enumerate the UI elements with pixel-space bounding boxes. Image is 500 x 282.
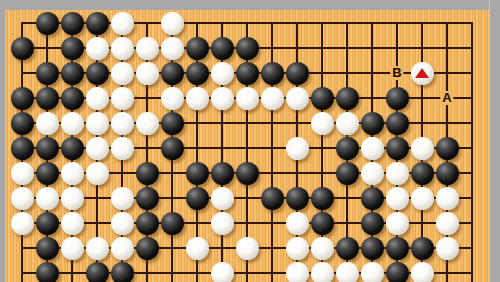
stone-white[interactable] bbox=[211, 262, 234, 282]
stone-white[interactable] bbox=[61, 237, 84, 260]
stone-white[interactable] bbox=[386, 187, 409, 210]
stone-white[interactable] bbox=[111, 212, 134, 235]
stone-white[interactable] bbox=[361, 162, 384, 185]
stone-black[interactable] bbox=[336, 162, 359, 185]
stone-white[interactable] bbox=[111, 187, 134, 210]
stone-black[interactable] bbox=[36, 262, 59, 282]
stone-white[interactable] bbox=[186, 87, 209, 110]
stone-white[interactable] bbox=[286, 87, 309, 110]
stone-black[interactable] bbox=[136, 162, 159, 185]
stone-black[interactable] bbox=[261, 187, 284, 210]
stone-black[interactable] bbox=[36, 87, 59, 110]
stone-white[interactable] bbox=[436, 212, 459, 235]
stone-black[interactable] bbox=[361, 112, 384, 135]
stone-white[interactable] bbox=[111, 87, 134, 110]
stone-white[interactable] bbox=[211, 212, 234, 235]
stone-white[interactable] bbox=[161, 12, 184, 35]
stone-white[interactable] bbox=[136, 62, 159, 85]
stone-white[interactable] bbox=[11, 187, 34, 210]
stone-black[interactable] bbox=[386, 137, 409, 160]
stone-black[interactable] bbox=[386, 112, 409, 135]
stone-white[interactable] bbox=[411, 187, 434, 210]
stone-white[interactable] bbox=[61, 187, 84, 210]
stone-white[interactable] bbox=[211, 62, 234, 85]
stone-black[interactable] bbox=[311, 187, 334, 210]
stone-black[interactable] bbox=[161, 62, 184, 85]
go-board[interactable]: BA bbox=[5, 10, 489, 282]
stone-black[interactable] bbox=[286, 187, 309, 210]
stone-white[interactable] bbox=[336, 262, 359, 282]
stone-black[interactable] bbox=[336, 87, 359, 110]
stone-white[interactable] bbox=[361, 137, 384, 160]
stone-white[interactable] bbox=[436, 187, 459, 210]
stone-black[interactable] bbox=[386, 237, 409, 260]
stone-black[interactable] bbox=[161, 112, 184, 135]
stone-white[interactable] bbox=[111, 62, 134, 85]
stone-white[interactable] bbox=[86, 162, 109, 185]
stone-black[interactable] bbox=[61, 37, 84, 60]
stone-black[interactable] bbox=[111, 262, 134, 282]
stone-black[interactable] bbox=[386, 262, 409, 282]
stone-black[interactable] bbox=[411, 237, 434, 260]
stone-black[interactable] bbox=[36, 212, 59, 235]
stone-black[interactable] bbox=[361, 212, 384, 235]
stone-black[interactable] bbox=[61, 12, 84, 35]
stone-white[interactable] bbox=[261, 87, 284, 110]
stone-black[interactable] bbox=[336, 137, 359, 160]
stone-black[interactable] bbox=[361, 187, 384, 210]
stone-black[interactable] bbox=[11, 112, 34, 135]
stone-white[interactable] bbox=[36, 187, 59, 210]
stone-black[interactable] bbox=[136, 187, 159, 210]
window-frame-top bbox=[0, 0, 500, 10]
stone-white[interactable] bbox=[111, 12, 134, 35]
stone-white[interactable] bbox=[286, 262, 309, 282]
stone-black[interactable] bbox=[161, 137, 184, 160]
stone-white[interactable] bbox=[36, 112, 59, 135]
stone-white[interactable] bbox=[236, 237, 259, 260]
stone-white[interactable] bbox=[336, 112, 359, 135]
stone-white[interactable] bbox=[311, 237, 334, 260]
stone-black[interactable] bbox=[186, 162, 209, 185]
stone-white[interactable] bbox=[311, 112, 334, 135]
stone-white[interactable] bbox=[411, 137, 434, 160]
stone-black[interactable] bbox=[36, 12, 59, 35]
stone-black[interactable] bbox=[136, 237, 159, 260]
stone-black[interactable] bbox=[436, 162, 459, 185]
stone-white[interactable] bbox=[111, 112, 134, 135]
app-window: { "game": "Go (19x19 board, cropped view… bbox=[0, 0, 500, 282]
stone-white[interactable] bbox=[286, 237, 309, 260]
stone-black[interactable] bbox=[11, 87, 34, 110]
stone-black[interactable] bbox=[61, 62, 84, 85]
stone-black[interactable] bbox=[211, 37, 234, 60]
stone-black[interactable] bbox=[61, 87, 84, 110]
last-move-triangle-icon bbox=[415, 68, 429, 78]
stone-white[interactable] bbox=[386, 162, 409, 185]
stone-black[interactable] bbox=[11, 137, 34, 160]
stone-white[interactable] bbox=[61, 212, 84, 235]
stone-white[interactable] bbox=[136, 37, 159, 60]
stone-white[interactable] bbox=[136, 112, 159, 135]
move-option-label-A[interactable]: A bbox=[440, 91, 453, 105]
stone-white[interactable] bbox=[211, 87, 234, 110]
stone-white[interactable] bbox=[86, 112, 109, 135]
stone-white[interactable] bbox=[11, 212, 34, 235]
stone-black[interactable] bbox=[361, 237, 384, 260]
stone-white[interactable] bbox=[386, 212, 409, 235]
stone-black[interactable] bbox=[36, 237, 59, 260]
stone-white[interactable] bbox=[86, 137, 109, 160]
stone-black[interactable] bbox=[186, 187, 209, 210]
stone-white[interactable] bbox=[111, 37, 134, 60]
stone-black[interactable] bbox=[236, 62, 259, 85]
stone-black[interactable] bbox=[161, 212, 184, 235]
move-option-label-B[interactable]: B bbox=[390, 66, 403, 80]
stone-black[interactable] bbox=[336, 237, 359, 260]
stone-black[interactable] bbox=[236, 162, 259, 185]
stone-white[interactable] bbox=[361, 262, 384, 282]
stone-white[interactable] bbox=[411, 262, 434, 282]
stone-black[interactable] bbox=[86, 12, 109, 35]
stone-white[interactable] bbox=[61, 162, 84, 185]
stone-black[interactable] bbox=[386, 87, 409, 110]
stone-black[interactable] bbox=[11, 37, 34, 60]
stone-white[interactable] bbox=[86, 87, 109, 110]
stone-white[interactable] bbox=[236, 87, 259, 110]
stone-black[interactable] bbox=[186, 62, 209, 85]
stone-white[interactable] bbox=[286, 212, 309, 235]
stone-black[interactable] bbox=[86, 262, 109, 282]
stone-white[interactable] bbox=[286, 137, 309, 160]
stone-black[interactable] bbox=[311, 87, 334, 110]
window-frame-right bbox=[489, 0, 500, 282]
grid-vline bbox=[471, 22, 473, 282]
stone-black[interactable] bbox=[36, 162, 59, 185]
stone-black[interactable] bbox=[211, 162, 234, 185]
stone-black[interactable] bbox=[136, 212, 159, 235]
stone-black[interactable] bbox=[36, 137, 59, 160]
stone-black[interactable] bbox=[286, 62, 309, 85]
stone-black[interactable] bbox=[86, 62, 109, 85]
stone-black[interactable] bbox=[186, 37, 209, 60]
stone-white[interactable] bbox=[61, 112, 84, 135]
stone-white[interactable] bbox=[311, 262, 334, 282]
stone-white[interactable] bbox=[111, 137, 134, 160]
stone-black[interactable] bbox=[36, 62, 59, 85]
stone-white[interactable] bbox=[436, 237, 459, 260]
stone-black[interactable] bbox=[436, 137, 459, 160]
stone-black[interactable] bbox=[236, 37, 259, 60]
stone-white[interactable] bbox=[211, 187, 234, 210]
stone-black[interactable] bbox=[261, 62, 284, 85]
stone-white[interactable] bbox=[186, 237, 209, 260]
stone-black[interactable] bbox=[311, 212, 334, 235]
stone-white[interactable] bbox=[161, 87, 184, 110]
stone-white[interactable] bbox=[411, 62, 434, 85]
stone-black[interactable] bbox=[61, 137, 84, 160]
stone-white[interactable] bbox=[86, 37, 109, 60]
stone-white[interactable] bbox=[86, 237, 109, 260]
stone-black[interactable] bbox=[411, 162, 434, 185]
stone-white[interactable] bbox=[161, 37, 184, 60]
stone-white[interactable] bbox=[111, 237, 134, 260]
stone-white[interactable] bbox=[11, 162, 34, 185]
